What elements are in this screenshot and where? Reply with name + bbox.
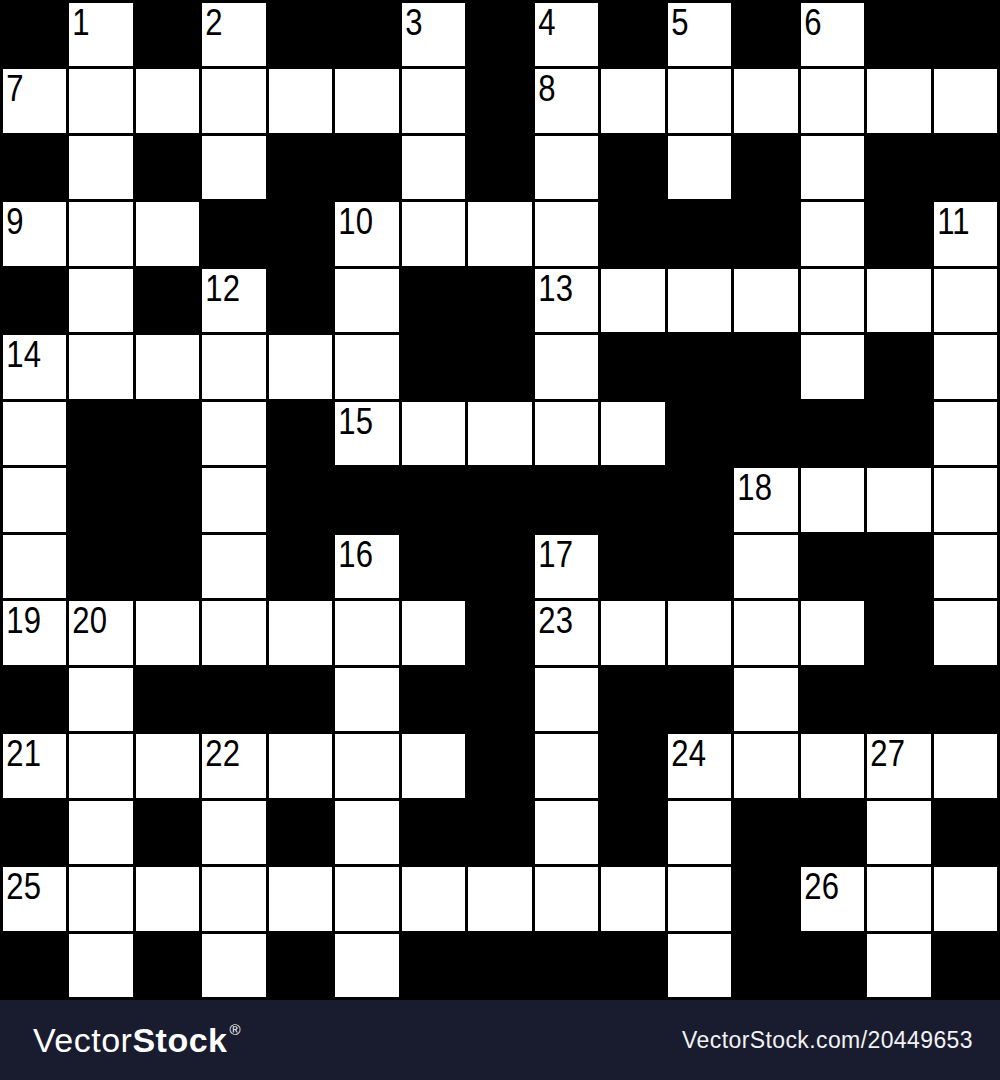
white-cell[interactable] (69, 335, 132, 398)
white-cell[interactable] (801, 601, 864, 664)
white-cell[interactable] (934, 402, 997, 465)
white-cell[interactable] (269, 734, 332, 797)
clue-number: 24 (668, 734, 706, 772)
black-cell (136, 136, 199, 199)
white-cell[interactable] (867, 867, 930, 930)
white-cell[interactable] (335, 601, 398, 664)
black-cell (3, 136, 66, 199)
clue-number: 9 (3, 202, 24, 240)
black-cell (867, 3, 930, 66)
white-cell[interactable] (601, 69, 664, 132)
white-cell[interactable] (335, 801, 398, 864)
clue-number: 21 (3, 734, 41, 772)
white-cell[interactable] (402, 136, 465, 199)
white-cell[interactable] (934, 69, 997, 132)
clue-number: 15 (335, 402, 373, 440)
white-cell[interactable] (202, 335, 265, 398)
white-cell[interactable] (801, 335, 864, 398)
white-cell[interactable]: 13 (535, 269, 598, 332)
white-cell[interactable]: 8 (535, 69, 598, 132)
black-cell (601, 136, 664, 199)
clue-number: 17 (535, 535, 573, 573)
black-cell (867, 202, 930, 265)
clue-number: 7 (3, 69, 24, 107)
white-cell[interactable] (801, 734, 864, 797)
white-cell[interactable] (202, 801, 265, 864)
white-cell[interactable] (468, 867, 531, 930)
black-cell (934, 934, 997, 997)
black-cell (668, 202, 731, 265)
clue-number: 26 (801, 867, 839, 905)
white-cell[interactable]: 5 (668, 3, 731, 66)
clue-number: 3 (402, 3, 423, 41)
white-cell[interactable] (934, 867, 997, 930)
black-cell (801, 402, 864, 465)
black-cell (269, 3, 332, 66)
white-cell[interactable] (668, 136, 731, 199)
black-cell (402, 934, 465, 997)
page: 1234567891011121314151816171920232122242… (0, 0, 1000, 1080)
white-cell[interactable] (69, 269, 132, 332)
black-cell (801, 668, 864, 731)
clue-number: 23 (535, 601, 573, 639)
black-cell (136, 801, 199, 864)
black-cell (535, 934, 598, 997)
white-cell[interactable]: 2 (202, 3, 265, 66)
black-cell (468, 69, 531, 132)
white-cell[interactable] (335, 668, 398, 731)
white-cell[interactable] (867, 269, 930, 332)
white-cell[interactable] (934, 468, 997, 531)
black-cell (601, 335, 664, 398)
white-cell[interactable] (202, 468, 265, 531)
clue-number: 4 (535, 3, 556, 41)
clue-number: 19 (3, 601, 41, 639)
white-cell[interactable] (601, 402, 664, 465)
black-cell (3, 668, 66, 731)
black-cell (402, 269, 465, 332)
black-cell (468, 801, 531, 864)
black-cell (601, 468, 664, 531)
black-cell (269, 668, 332, 731)
black-cell (867, 136, 930, 199)
white-cell[interactable] (734, 734, 797, 797)
black-cell (934, 136, 997, 199)
white-cell[interactable]: 20 (69, 601, 132, 664)
black-cell (402, 468, 465, 531)
black-cell (69, 535, 132, 598)
black-cell (934, 801, 997, 864)
black-cell (601, 934, 664, 997)
white-cell[interactable] (934, 535, 997, 598)
white-cell[interactable] (69, 867, 132, 930)
black-cell (3, 801, 66, 864)
white-cell[interactable] (934, 269, 997, 332)
black-cell (402, 668, 465, 731)
white-cell[interactable]: 12 (202, 269, 265, 332)
black-cell (136, 468, 199, 531)
black-cell (734, 136, 797, 199)
white-cell[interactable] (734, 535, 797, 598)
white-cell[interactable] (801, 468, 864, 531)
black-cell (269, 402, 332, 465)
black-cell (934, 668, 997, 731)
brand-stock-text: Stock (132, 1021, 227, 1059)
black-cell (3, 269, 66, 332)
black-cell (867, 335, 930, 398)
black-cell (668, 668, 731, 731)
black-cell (202, 668, 265, 731)
black-cell (402, 801, 465, 864)
white-cell[interactable] (668, 934, 731, 997)
white-cell[interactable]: 27 (867, 734, 930, 797)
black-cell (867, 402, 930, 465)
white-cell[interactable] (136, 734, 199, 797)
clue-number: 11 (934, 202, 970, 240)
white-cell[interactable] (867, 801, 930, 864)
black-cell (468, 535, 531, 598)
clue-number: 27 (867, 734, 905, 772)
black-cell (734, 801, 797, 864)
black-cell (601, 801, 664, 864)
black-cell (335, 3, 398, 66)
white-cell[interactable] (535, 867, 598, 930)
white-cell[interactable]: 1 (69, 3, 132, 66)
white-cell[interactable] (136, 202, 199, 265)
white-cell[interactable] (269, 335, 332, 398)
white-cell[interactable] (69, 202, 132, 265)
white-cell[interactable] (69, 801, 132, 864)
white-cell[interactable] (202, 867, 265, 930)
white-cell[interactable] (867, 934, 930, 997)
black-cell (734, 3, 797, 66)
white-cell[interactable] (801, 269, 864, 332)
black-cell (801, 535, 864, 598)
white-cell[interactable] (668, 69, 731, 132)
white-cell[interactable] (402, 402, 465, 465)
clue-number: 12 (202, 269, 240, 307)
black-cell (601, 668, 664, 731)
black-cell (468, 3, 531, 66)
white-cell[interactable] (136, 335, 199, 398)
black-cell (934, 3, 997, 66)
white-cell[interactable] (69, 136, 132, 199)
black-cell (668, 402, 731, 465)
black-cell (136, 269, 199, 332)
black-cell (269, 535, 332, 598)
white-cell[interactable] (402, 69, 465, 132)
black-cell (402, 535, 465, 598)
clue-number: 16 (335, 535, 373, 573)
black-cell (136, 668, 199, 731)
white-cell[interactable] (601, 867, 664, 930)
white-cell[interactable]: 19 (3, 601, 66, 664)
white-cell[interactable] (269, 69, 332, 132)
clue-number: 8 (535, 69, 556, 107)
white-cell[interactable] (136, 867, 199, 930)
white-cell[interactable] (668, 601, 731, 664)
black-cell (269, 136, 332, 199)
crossword-board: 1234567891011121314151816171920232122242… (0, 0, 1000, 1000)
white-cell[interactable] (801, 69, 864, 132)
black-cell (269, 934, 332, 997)
white-cell[interactable] (3, 402, 66, 465)
white-cell[interactable] (801, 202, 864, 265)
black-cell (867, 668, 930, 731)
black-cell (269, 801, 332, 864)
white-cell[interactable]: 7 (3, 69, 66, 132)
white-cell[interactable]: 14 (3, 335, 66, 398)
white-cell[interactable]: 26 (801, 867, 864, 930)
clue-number: 1 (69, 3, 90, 41)
white-cell[interactable] (202, 934, 265, 997)
white-cell[interactable] (202, 601, 265, 664)
black-cell (468, 934, 531, 997)
clue-number: 20 (69, 601, 107, 639)
white-cell[interactable]: 25 (3, 867, 66, 930)
black-cell (468, 468, 531, 531)
white-cell[interactable] (535, 136, 598, 199)
white-cell[interactable]: 16 (335, 535, 398, 598)
black-cell (136, 402, 199, 465)
white-cell[interactable]: 11 (934, 202, 997, 265)
white-cell[interactable] (335, 269, 398, 332)
white-cell[interactable]: 23 (535, 601, 598, 664)
black-cell (668, 535, 731, 598)
black-cell (734, 335, 797, 398)
white-cell[interactable] (535, 202, 598, 265)
clue-number: 18 (734, 468, 772, 506)
black-cell (468, 335, 531, 398)
white-cell[interactable]: 17 (535, 535, 598, 598)
black-cell (269, 202, 332, 265)
black-cell (468, 601, 531, 664)
white-cell[interactable] (269, 601, 332, 664)
clue-number: 2 (202, 3, 223, 41)
white-cell[interactable] (668, 269, 731, 332)
black-cell (601, 3, 664, 66)
white-cell[interactable] (402, 734, 465, 797)
white-cell[interactable] (402, 202, 465, 265)
white-cell[interactable]: 21 (3, 734, 66, 797)
black-cell (734, 867, 797, 930)
white-cell[interactable]: 24 (668, 734, 731, 797)
vectorstock-logo: VectorStock® (33, 1021, 241, 1060)
watermark-url: VectorStock.com/20449653 (682, 1027, 973, 1054)
black-cell (136, 3, 199, 66)
black-cell (335, 136, 398, 199)
white-cell[interactable] (69, 69, 132, 132)
white-cell[interactable] (535, 335, 598, 398)
black-cell (202, 202, 265, 265)
white-cell[interactable] (867, 468, 930, 531)
white-cell[interactable] (934, 601, 997, 664)
black-cell (801, 801, 864, 864)
black-cell (734, 934, 797, 997)
black-cell (601, 535, 664, 598)
clue-number: 22 (202, 734, 240, 772)
white-cell[interactable]: 9 (3, 202, 66, 265)
black-cell (867, 535, 930, 598)
white-cell[interactable] (601, 269, 664, 332)
white-cell[interactable] (69, 668, 132, 731)
white-cell[interactable] (402, 601, 465, 664)
black-cell (601, 202, 664, 265)
black-cell (734, 202, 797, 265)
clue-number: 10 (335, 202, 373, 240)
white-cell[interactable] (734, 69, 797, 132)
clue-number: 25 (3, 867, 41, 905)
white-cell[interactable]: 22 (202, 734, 265, 797)
white-cell[interactable] (202, 69, 265, 132)
white-cell[interactable] (202, 535, 265, 598)
white-cell[interactable] (734, 269, 797, 332)
white-cell[interactable] (69, 934, 132, 997)
white-cell[interactable]: 6 (801, 3, 864, 66)
black-cell (3, 934, 66, 997)
white-cell[interactable] (136, 69, 199, 132)
black-cell (468, 269, 531, 332)
white-cell[interactable] (136, 601, 199, 664)
white-cell[interactable] (3, 535, 66, 598)
white-cell[interactable] (468, 202, 531, 265)
black-cell (601, 734, 664, 797)
white-cell[interactable] (202, 402, 265, 465)
white-cell[interactable] (335, 867, 398, 930)
clue-number: 5 (668, 3, 689, 41)
white-cell[interactable] (867, 69, 930, 132)
white-cell[interactable] (535, 734, 598, 797)
white-cell[interactable] (335, 734, 398, 797)
white-cell[interactable] (335, 69, 398, 132)
white-cell[interactable] (668, 801, 731, 864)
white-cell[interactable] (734, 668, 797, 731)
white-cell[interactable] (734, 601, 797, 664)
black-cell (335, 468, 398, 531)
white-cell[interactable] (601, 601, 664, 664)
black-cell (468, 668, 531, 731)
brand-vector-text: Vector (33, 1021, 132, 1059)
black-cell (668, 468, 731, 531)
white-cell[interactable] (269, 867, 332, 930)
white-cell[interactable]: 18 (734, 468, 797, 531)
white-cell[interactable]: 10 (335, 202, 398, 265)
white-cell[interactable]: 15 (335, 402, 398, 465)
white-cell[interactable] (468, 402, 531, 465)
black-cell (69, 468, 132, 531)
white-cell[interactable] (535, 668, 598, 731)
clue-number: 14 (3, 335, 41, 373)
white-cell[interactable] (801, 136, 864, 199)
black-cell (535, 468, 598, 531)
clue-number: 6 (801, 3, 822, 41)
white-cell[interactable] (69, 734, 132, 797)
white-cell[interactable] (535, 801, 598, 864)
black-cell (3, 3, 66, 66)
black-cell (69, 402, 132, 465)
black-cell (269, 468, 332, 531)
white-cell[interactable] (535, 402, 598, 465)
white-cell[interactable] (934, 335, 997, 398)
white-cell[interactable] (402, 867, 465, 930)
black-cell (668, 335, 731, 398)
black-cell (734, 402, 797, 465)
black-cell (801, 934, 864, 997)
white-cell[interactable]: 4 (535, 3, 598, 66)
black-cell (136, 535, 199, 598)
white-cell[interactable] (335, 934, 398, 997)
white-cell[interactable] (202, 136, 265, 199)
white-cell[interactable] (934, 734, 997, 797)
registered-mark-icon: ® (229, 1021, 241, 1038)
black-cell (269, 269, 332, 332)
white-cell[interactable] (3, 468, 66, 531)
watermark-bar: VectorStock® VectorStock.com/20449653 (0, 1000, 1000, 1080)
black-cell (402, 335, 465, 398)
white-cell[interactable] (668, 867, 731, 930)
black-cell (468, 136, 531, 199)
white-cell[interactable]: 3 (402, 3, 465, 66)
black-cell (867, 601, 930, 664)
clue-number: 13 (535, 269, 573, 307)
black-cell (468, 734, 531, 797)
white-cell[interactable] (335, 335, 398, 398)
black-cell (136, 934, 199, 997)
